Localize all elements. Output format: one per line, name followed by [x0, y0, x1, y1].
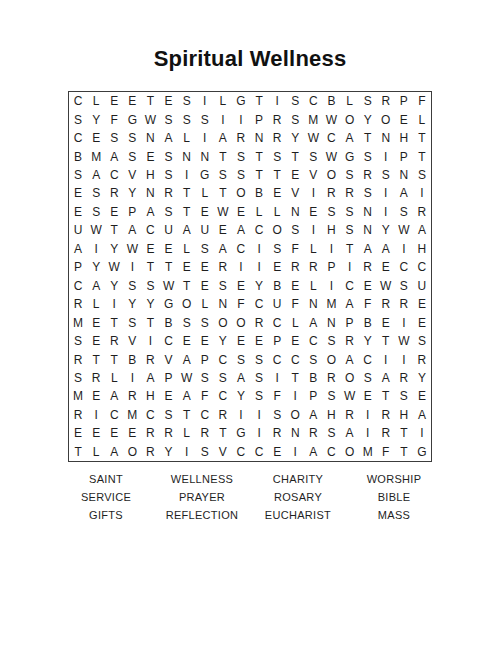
grid-cell[interactable]: P: [268, 332, 286, 350]
grid-cell[interactable]: V: [160, 350, 178, 368]
grid-cell[interactable]: M: [69, 313, 87, 331]
grid-cell[interactable]: Y: [232, 387, 250, 405]
grid-cell[interactable]: R: [268, 424, 286, 442]
grid-cell[interactable]: S: [341, 221, 359, 239]
grid-cell[interactable]: B: [268, 277, 286, 295]
grid-cell[interactable]: E: [105, 424, 123, 442]
grid-cell[interactable]: N: [141, 129, 159, 147]
grid-cell[interactable]: S: [123, 277, 141, 295]
grid-cell[interactable]: S: [160, 147, 178, 165]
grid-cell[interactable]: R: [268, 110, 286, 128]
grid-cell[interactable]: A: [413, 221, 431, 239]
grid-cell[interactable]: P: [250, 110, 268, 128]
grid-cell[interactable]: G: [232, 424, 250, 442]
grid-cell[interactable]: E: [232, 277, 250, 295]
grid-cell[interactable]: L: [304, 277, 322, 295]
grid-cell[interactable]: R: [160, 424, 178, 442]
grid-cell[interactable]: S: [304, 147, 322, 165]
grid-cell[interactable]: C: [250, 221, 268, 239]
grid-cell[interactable]: C: [232, 443, 250, 461]
grid-cell[interactable]: S: [69, 166, 87, 184]
grid-cell[interactable]: W: [377, 277, 395, 295]
grid-cell[interactable]: E: [160, 387, 178, 405]
grid-cell[interactable]: S: [286, 221, 304, 239]
grid-cell[interactable]: I: [232, 406, 250, 424]
grid-cell[interactable]: C: [250, 443, 268, 461]
grid-cell[interactable]: L: [413, 110, 431, 128]
grid-cell[interactable]: E: [304, 203, 322, 221]
grid-cell[interactable]: A: [87, 277, 105, 295]
grid-cell[interactable]: S: [377, 166, 395, 184]
grid-cell[interactable]: T: [141, 313, 159, 331]
grid-cell[interactable]: C: [304, 92, 322, 110]
grid-cell[interactable]: T: [214, 184, 232, 202]
grid-cell[interactable]: I: [377, 184, 395, 202]
grid-cell[interactable]: E: [232, 332, 250, 350]
grid-cell[interactable]: Y: [160, 443, 178, 461]
grid-cell[interactable]: C: [268, 313, 286, 331]
grid-cell[interactable]: C: [232, 240, 250, 258]
grid-cell[interactable]: H: [141, 387, 159, 405]
grid-cell[interactable]: A: [413, 406, 431, 424]
grid-cell[interactable]: I: [359, 424, 377, 442]
grid-cell[interactable]: I: [395, 313, 413, 331]
grid-cell[interactable]: I: [87, 240, 105, 258]
grid-cell[interactable]: A: [304, 406, 322, 424]
grid-cell[interactable]: S: [395, 277, 413, 295]
grid-cell[interactable]: C: [322, 443, 340, 461]
grid-cell[interactable]: A: [214, 240, 232, 258]
grid-cell[interactable]: G: [413, 443, 431, 461]
grid-cell[interactable]: C: [214, 350, 232, 368]
grid-cell[interactable]: G: [123, 110, 141, 128]
grid-cell[interactable]: A: [123, 221, 141, 239]
grid-cell[interactable]: T: [286, 369, 304, 387]
grid-cell[interactable]: N: [196, 147, 214, 165]
grid-cell[interactable]: I: [268, 92, 286, 110]
grid-cell[interactable]: R: [304, 424, 322, 442]
grid-cell[interactable]: Y: [141, 295, 159, 313]
grid-cell[interactable]: E: [160, 92, 178, 110]
grid-cell[interactable]: I: [250, 406, 268, 424]
grid-cell[interactable]: I: [322, 277, 340, 295]
grid-cell[interactable]: V: [286, 184, 304, 202]
grid-cell[interactable]: U: [69, 221, 87, 239]
grid-cell[interactable]: P: [69, 258, 87, 276]
grid-cell[interactable]: M: [87, 147, 105, 165]
grid-cell[interactable]: N: [359, 221, 377, 239]
grid-cell[interactable]: E: [196, 258, 214, 276]
grid-cell[interactable]: L: [286, 313, 304, 331]
grid-cell[interactable]: L: [214, 92, 232, 110]
grid-cell[interactable]: S: [268, 406, 286, 424]
grid-cell[interactable]: S: [322, 332, 340, 350]
grid-cell[interactable]: T: [250, 92, 268, 110]
grid-cell[interactable]: I: [304, 184, 322, 202]
grid-cell[interactable]: E: [413, 387, 431, 405]
grid-cell[interactable]: A: [178, 221, 196, 239]
grid-cell[interactable]: I: [178, 443, 196, 461]
grid-cell[interactable]: E: [232, 203, 250, 221]
grid-cell[interactable]: L: [178, 129, 196, 147]
grid-cell[interactable]: T: [268, 166, 286, 184]
grid-cell[interactable]: S: [178, 92, 196, 110]
grid-cell[interactable]: O: [322, 350, 340, 368]
grid-cell[interactable]: P: [160, 369, 178, 387]
grid-cell[interactable]: B: [160, 313, 178, 331]
grid-cell[interactable]: B: [123, 350, 141, 368]
grid-cell[interactable]: Y: [123, 184, 141, 202]
grid-cell[interactable]: W: [304, 129, 322, 147]
grid-cell[interactable]: Y: [87, 110, 105, 128]
grid-cell[interactable]: B: [304, 369, 322, 387]
grid-cell[interactable]: P: [395, 147, 413, 165]
grid-cell[interactable]: S: [286, 110, 304, 128]
grid-cell[interactable]: S: [160, 203, 178, 221]
grid-cell[interactable]: R: [196, 424, 214, 442]
grid-cell[interactable]: A: [105, 443, 123, 461]
grid-cell[interactable]: I: [87, 406, 105, 424]
grid-cell[interactable]: R: [250, 313, 268, 331]
grid-cell[interactable]: S: [359, 184, 377, 202]
grid-cell[interactable]: A: [232, 369, 250, 387]
grid-cell[interactable]: S: [232, 350, 250, 368]
grid-cell[interactable]: F: [196, 387, 214, 405]
grid-cell[interactable]: T: [395, 443, 413, 461]
grid-cell[interactable]: I: [286, 387, 304, 405]
grid-cell[interactable]: R: [105, 184, 123, 202]
grid-cell[interactable]: N: [304, 295, 322, 313]
grid-cell[interactable]: I: [141, 332, 159, 350]
grid-cell[interactable]: L: [196, 184, 214, 202]
grid-cell[interactable]: E: [286, 332, 304, 350]
grid-cell[interactable]: T: [359, 129, 377, 147]
grid-cell[interactable]: S: [341, 203, 359, 221]
grid-cell[interactable]: A: [178, 350, 196, 368]
grid-cell[interactable]: W: [105, 258, 123, 276]
grid-cell[interactable]: R: [232, 129, 250, 147]
grid-cell[interactable]: S: [268, 147, 286, 165]
grid-cell[interactable]: E: [286, 166, 304, 184]
grid-cell[interactable]: Y: [123, 295, 141, 313]
grid-cell[interactable]: A: [141, 203, 159, 221]
grid-cell[interactable]: T: [214, 424, 232, 442]
grid-cell[interactable]: C: [250, 295, 268, 313]
grid-cell[interactable]: T: [178, 406, 196, 424]
grid-cell[interactable]: C: [105, 406, 123, 424]
grid-cell[interactable]: E: [395, 110, 413, 128]
grid-cell[interactable]: T: [250, 147, 268, 165]
grid-cell[interactable]: R: [268, 129, 286, 147]
grid-cell[interactable]: E: [69, 203, 87, 221]
grid-cell[interactable]: G: [341, 147, 359, 165]
grid-cell[interactable]: A: [377, 240, 395, 258]
grid-cell[interactable]: R: [341, 184, 359, 202]
grid-cell[interactable]: E: [196, 203, 214, 221]
grid-cell[interactable]: B: [69, 147, 87, 165]
grid-cell[interactable]: E: [87, 332, 105, 350]
grid-cell[interactable]: I: [341, 258, 359, 276]
grid-cell[interactable]: E: [123, 92, 141, 110]
grid-cell[interactable]: L: [196, 295, 214, 313]
grid-cell[interactable]: T: [341, 240, 359, 258]
grid-cell[interactable]: F: [359, 295, 377, 313]
grid-cell[interactable]: O: [214, 313, 232, 331]
grid-cell[interactable]: Y: [87, 258, 105, 276]
grid-cell[interactable]: P: [341, 313, 359, 331]
grid-cell[interactable]: I: [377, 203, 395, 221]
grid-cell[interactable]: E: [87, 424, 105, 442]
grid-cell[interactable]: I: [196, 92, 214, 110]
grid-cell[interactable]: E: [250, 332, 268, 350]
grid-cell[interactable]: Y: [359, 332, 377, 350]
grid-cell[interactable]: S: [413, 166, 431, 184]
grid-cell[interactable]: U: [268, 295, 286, 313]
grid-cell[interactable]: E: [69, 184, 87, 202]
grid-cell[interactable]: N: [250, 129, 268, 147]
grid-cell[interactable]: H: [322, 406, 340, 424]
grid-cell[interactable]: V: [304, 166, 322, 184]
grid-cell[interactable]: T: [69, 443, 87, 461]
grid-cell[interactable]: A: [395, 184, 413, 202]
grid-cell[interactable]: S: [160, 406, 178, 424]
grid-cell[interactable]: T: [250, 166, 268, 184]
grid-cell[interactable]: A: [178, 387, 196, 405]
grid-cell[interactable]: N: [395, 166, 413, 184]
grid-cell[interactable]: T: [178, 203, 196, 221]
grid-cell[interactable]: C: [196, 406, 214, 424]
grid-cell[interactable]: R: [341, 332, 359, 350]
grid-cell[interactable]: C: [304, 332, 322, 350]
grid-cell[interactable]: E: [359, 387, 377, 405]
grid-cell[interactable]: F: [286, 295, 304, 313]
grid-cell[interactable]: S: [196, 369, 214, 387]
grid-cell[interactable]: L: [250, 203, 268, 221]
grid-cell[interactable]: S: [87, 184, 105, 202]
grid-cell[interactable]: S: [141, 277, 159, 295]
grid-cell[interactable]: C: [214, 387, 232, 405]
grid-cell[interactable]: S: [178, 110, 196, 128]
grid-cell[interactable]: E: [141, 147, 159, 165]
grid-cell[interactable]: S: [359, 147, 377, 165]
grid-cell[interactable]: A: [341, 424, 359, 442]
grid-cell[interactable]: I: [268, 369, 286, 387]
grid-cell[interactable]: R: [286, 258, 304, 276]
grid-cell[interactable]: Y: [413, 369, 431, 387]
grid-cell[interactable]: F: [105, 110, 123, 128]
grid-cell[interactable]: P: [395, 92, 413, 110]
grid-cell[interactable]: S: [322, 203, 340, 221]
grid-cell[interactable]: E: [413, 295, 431, 313]
grid-cell[interactable]: R: [123, 387, 141, 405]
grid-cell[interactable]: A: [341, 129, 359, 147]
grid-cell[interactable]: A: [359, 240, 377, 258]
grid-cell[interactable]: I: [196, 129, 214, 147]
grid-cell[interactable]: U: [160, 221, 178, 239]
grid-cell[interactable]: W: [141, 110, 159, 128]
grid-cell[interactable]: W: [395, 332, 413, 350]
grid-cell[interactable]: O: [377, 110, 395, 128]
grid-cell[interactable]: M: [359, 443, 377, 461]
grid-cell[interactable]: T: [105, 313, 123, 331]
grid-cell[interactable]: C: [413, 258, 431, 276]
grid-cell[interactable]: T: [141, 258, 159, 276]
grid-cell[interactable]: S: [304, 350, 322, 368]
grid-cell[interactable]: C: [160, 332, 178, 350]
grid-cell[interactable]: H: [141, 166, 159, 184]
grid-cell[interactable]: S: [123, 147, 141, 165]
grid-cell[interactable]: E: [87, 129, 105, 147]
grid-cell[interactable]: I: [395, 240, 413, 258]
grid-cell[interactable]: R: [377, 406, 395, 424]
grid-cell[interactable]: R: [322, 184, 340, 202]
grid-cell[interactable]: W: [341, 387, 359, 405]
grid-cell[interactable]: E: [160, 240, 178, 258]
grid-cell[interactable]: B: [322, 92, 340, 110]
grid-cell[interactable]: L: [304, 240, 322, 258]
grid-cell[interactable]: A: [341, 350, 359, 368]
grid-cell[interactable]: A: [69, 240, 87, 258]
grid-cell[interactable]: C: [141, 221, 159, 239]
grid-cell[interactable]: A: [105, 387, 123, 405]
grid-cell[interactable]: O: [123, 443, 141, 461]
grid-cell[interactable]: Y: [377, 221, 395, 239]
grid-cell[interactable]: W: [178, 369, 196, 387]
grid-cell[interactable]: A: [304, 443, 322, 461]
grid-cell[interactable]: A: [160, 129, 178, 147]
grid-cell[interactable]: T: [286, 147, 304, 165]
grid-cell[interactable]: S: [196, 240, 214, 258]
grid-cell[interactable]: S: [341, 166, 359, 184]
grid-cell[interactable]: L: [87, 443, 105, 461]
grid-cell[interactable]: I: [178, 166, 196, 184]
grid-cell[interactable]: S: [69, 110, 87, 128]
grid-cell[interactable]: S: [214, 369, 232, 387]
grid-cell[interactable]: P: [196, 350, 214, 368]
grid-cell[interactable]: S: [413, 332, 431, 350]
grid-cell[interactable]: E: [214, 221, 232, 239]
grid-cell[interactable]: N: [286, 424, 304, 442]
grid-cell[interactable]: O: [232, 313, 250, 331]
grid-cell[interactable]: A: [214, 129, 232, 147]
grid-cell[interactable]: R: [322, 369, 340, 387]
grid-cell[interactable]: R: [377, 295, 395, 313]
grid-cell[interactable]: I: [286, 443, 304, 461]
grid-cell[interactable]: R: [69, 350, 87, 368]
grid-cell[interactable]: O: [178, 295, 196, 313]
grid-cell[interactable]: M: [304, 110, 322, 128]
grid-cell[interactable]: S: [160, 166, 178, 184]
grid-cell[interactable]: N: [214, 295, 232, 313]
grid-cell[interactable]: O: [232, 184, 250, 202]
grid-cell[interactable]: W: [87, 221, 105, 239]
grid-cell[interactable]: T: [160, 258, 178, 276]
grid-cell[interactable]: R: [377, 424, 395, 442]
grid-cell[interactable]: U: [196, 221, 214, 239]
grid-cell[interactable]: I: [377, 147, 395, 165]
grid-cell[interactable]: I: [232, 110, 250, 128]
grid-cell[interactable]: E: [196, 277, 214, 295]
grid-cell[interactable]: C: [69, 129, 87, 147]
grid-cell[interactable]: V: [123, 332, 141, 350]
grid-cell[interactable]: F: [268, 387, 286, 405]
grid-cell[interactable]: Y: [105, 240, 123, 258]
grid-cell[interactable]: T: [214, 147, 232, 165]
grid-cell[interactable]: S: [196, 110, 214, 128]
grid-cell[interactable]: I: [413, 184, 431, 202]
grid-cell[interactable]: R: [359, 166, 377, 184]
grid-cell[interactable]: H: [322, 221, 340, 239]
grid-cell[interactable]: I: [395, 350, 413, 368]
grid-cell[interactable]: S: [395, 203, 413, 221]
grid-cell[interactable]: N: [141, 184, 159, 202]
grid-cell[interactable]: O: [341, 369, 359, 387]
grid-cell[interactable]: N: [178, 147, 196, 165]
grid-cell[interactable]: I: [105, 295, 123, 313]
grid-cell[interactable]: R: [413, 203, 431, 221]
grid-cell[interactable]: O: [268, 221, 286, 239]
grid-cell[interactable]: C: [341, 277, 359, 295]
grid-cell[interactable]: S: [214, 277, 232, 295]
grid-cell[interactable]: T: [178, 277, 196, 295]
grid-cell[interactable]: R: [69, 406, 87, 424]
grid-cell[interactable]: L: [87, 92, 105, 110]
grid-cell[interactable]: R: [413, 350, 431, 368]
grid-cell[interactable]: F: [377, 443, 395, 461]
grid-cell[interactable]: W: [322, 147, 340, 165]
grid-cell[interactable]: L: [268, 203, 286, 221]
grid-cell[interactable]: I: [214, 110, 232, 128]
grid-cell[interactable]: I: [123, 258, 141, 276]
grid-cell[interactable]: H: [395, 129, 413, 147]
grid-cell[interactable]: E: [178, 258, 196, 276]
grid-cell[interactable]: E: [69, 424, 87, 442]
grid-cell[interactable]: L: [105, 369, 123, 387]
grid-cell[interactable]: G: [196, 166, 214, 184]
grid-cell[interactable]: S: [268, 240, 286, 258]
grid-cell[interactable]: F: [232, 295, 250, 313]
grid-cell[interactable]: M: [69, 387, 87, 405]
grid-cell[interactable]: E: [286, 277, 304, 295]
grid-cell[interactable]: T: [377, 387, 395, 405]
grid-cell[interactable]: P: [304, 387, 322, 405]
grid-cell[interactable]: S: [69, 332, 87, 350]
grid-cell[interactable]: O: [286, 406, 304, 424]
grid-cell[interactable]: S: [395, 387, 413, 405]
grid-cell[interactable]: B: [359, 313, 377, 331]
grid-cell[interactable]: F: [413, 92, 431, 110]
grid-cell[interactable]: S: [359, 369, 377, 387]
grid-cell[interactable]: E: [377, 313, 395, 331]
grid-cell[interactable]: O: [341, 110, 359, 128]
grid-cell[interactable]: L: [178, 424, 196, 442]
grid-cell[interactable]: N: [286, 203, 304, 221]
grid-cell[interactable]: V: [214, 443, 232, 461]
grid-cell[interactable]: R: [359, 258, 377, 276]
grid-cell[interactable]: R: [395, 369, 413, 387]
grid-cell[interactable]: C: [141, 406, 159, 424]
grid-cell[interactable]: R: [395, 295, 413, 313]
grid-cell[interactable]: G: [160, 295, 178, 313]
grid-cell[interactable]: E: [105, 92, 123, 110]
grid-cell[interactable]: S: [123, 313, 141, 331]
grid-cell[interactable]: E: [268, 443, 286, 461]
grid-cell[interactable]: C: [105, 166, 123, 184]
grid-cell[interactable]: T: [105, 350, 123, 368]
grid-cell[interactable]: S: [359, 92, 377, 110]
grid-cell[interactable]: T: [105, 221, 123, 239]
grid-cell[interactable]: V: [123, 166, 141, 184]
